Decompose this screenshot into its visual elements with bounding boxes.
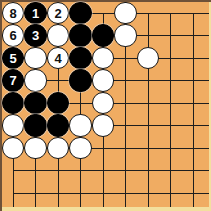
board-crop-band-bottom <box>0 207 211 211</box>
intersection-c7r7[interactable] <box>137 137 160 160</box>
intersection-c6r8[interactable] <box>114 159 137 182</box>
black-stone: 1 <box>24 2 46 24</box>
intersection-c6r2 <box>114 24 137 47</box>
move-number-label: 8 <box>9 6 16 19</box>
move-number-label: 6 <box>9 29 16 42</box>
go-board: 81263547 <box>0 0 211 211</box>
intersection-c9r4[interactable] <box>182 69 205 92</box>
intersection-c2r7 <box>24 137 47 160</box>
intersection-c7r9[interactable] <box>137 182 160 205</box>
intersection-c6r6[interactable] <box>114 114 137 137</box>
intersection-c7r3 <box>137 47 160 70</box>
intersection-c7r5[interactable] <box>137 92 160 115</box>
intersection-c3r1: 2 <box>47 2 70 25</box>
white-stone <box>47 137 69 159</box>
black-stone <box>92 24 114 46</box>
black-stone <box>2 92 24 114</box>
black-stone <box>69 47 91 69</box>
intersection-c9r1[interactable] <box>182 2 205 25</box>
black-stone: 7 <box>2 69 24 91</box>
intersection-c3r2 <box>47 24 70 47</box>
black-stone <box>24 92 46 114</box>
black-stone: 5 <box>2 47 24 69</box>
intersection-c8r4[interactable] <box>159 69 182 92</box>
white-stone <box>47 24 69 46</box>
white-stone <box>24 137 46 159</box>
move-number-label: 3 <box>32 29 39 42</box>
intersection-c8r7[interactable] <box>159 137 182 160</box>
white-stone <box>92 47 114 69</box>
intersection-c7r1[interactable] <box>137 2 160 25</box>
white-stone <box>24 69 46 91</box>
intersection-c1r8[interactable] <box>2 159 25 182</box>
white-stone <box>92 92 114 114</box>
intersection-c7r6[interactable] <box>137 114 160 137</box>
intersection-c7r8[interactable] <box>137 159 160 182</box>
white-stone <box>2 137 24 159</box>
black-stone <box>47 114 69 136</box>
intersection-c4r5[interactable] <box>69 92 92 115</box>
intersection-c4r1 <box>69 2 92 25</box>
intersection-c5r8[interactable] <box>92 159 115 182</box>
white-stone <box>137 47 159 69</box>
intersection-c8r5[interactable] <box>159 92 182 115</box>
white-stone: 8 <box>2 2 24 24</box>
black-stone: 3 <box>24 24 46 46</box>
intersection-c5r1[interactable] <box>92 2 115 25</box>
intersection-c8r8[interactable] <box>159 159 182 182</box>
black-stone <box>69 24 91 46</box>
intersection-c1r3: 5 <box>2 47 25 70</box>
move-number-label: 1 <box>32 6 39 19</box>
intersection-c8r1[interactable] <box>159 2 182 25</box>
intersection-c7r4[interactable] <box>137 69 160 92</box>
intersection-c5r7[interactable] <box>92 137 115 160</box>
intersection-c1r7 <box>2 137 25 160</box>
intersection-c9r7[interactable] <box>182 137 205 160</box>
intersection-c7r2[interactable] <box>137 24 160 47</box>
white-stone <box>69 114 91 136</box>
intersection-c6r4[interactable] <box>114 69 137 92</box>
intersection-c2r4 <box>24 69 47 92</box>
intersection-c2r9[interactable] <box>24 182 47 205</box>
intersection-c4r3 <box>69 47 92 70</box>
intersection-c6r1 <box>114 2 137 25</box>
intersection-c3r3: 4 <box>47 47 70 70</box>
intersection-c4r4 <box>69 69 92 92</box>
white-stone <box>114 2 136 24</box>
intersection-c3r8[interactable] <box>47 159 70 182</box>
intersection-c3r6 <box>47 114 70 137</box>
intersection-c4r9[interactable] <box>69 182 92 205</box>
intersection-c8r9[interactable] <box>159 182 182 205</box>
board-grid: 81263547 <box>2 2 205 205</box>
intersection-c9r3[interactable] <box>182 47 205 70</box>
intersection-c2r8[interactable] <box>24 159 47 182</box>
intersection-c4r7 <box>69 137 92 160</box>
white-stone <box>2 114 24 136</box>
intersection-c8r2[interactable] <box>159 24 182 47</box>
move-number-label: 4 <box>54 51 61 64</box>
intersection-c2r6 <box>24 114 47 137</box>
white-stone <box>114 24 136 46</box>
move-number-label: 2 <box>54 6 61 19</box>
move-number-label: 5 <box>9 51 16 64</box>
intersection-c3r5 <box>47 92 70 115</box>
board-crop-band-right <box>209 0 211 211</box>
black-stone <box>69 2 91 24</box>
intersection-c8r3[interactable] <box>159 47 182 70</box>
intersection-c4r8[interactable] <box>69 159 92 182</box>
intersection-c5r5 <box>92 92 115 115</box>
black-stone <box>24 114 46 136</box>
intersection-c9r9[interactable] <box>182 182 205 205</box>
intersection-c8r6[interactable] <box>159 114 182 137</box>
intersection-c9r8[interactable] <box>182 159 205 182</box>
intersection-c2r1: 1 <box>24 2 47 25</box>
intersection-c1r9[interactable] <box>2 182 25 205</box>
move-number-label: 7 <box>9 74 16 87</box>
white-stone: 2 <box>47 2 69 24</box>
intersection-c2r2: 3 <box>24 24 47 47</box>
white-stone <box>24 47 46 69</box>
intersection-c3r4[interactable] <box>47 69 70 92</box>
intersection-c1r1: 8 <box>2 2 25 25</box>
intersection-c5r4 <box>92 69 115 92</box>
intersection-c6r5[interactable] <box>114 92 137 115</box>
intersection-c2r3 <box>24 47 47 70</box>
intersection-c5r3 <box>92 47 115 70</box>
intersection-c6r3[interactable] <box>114 47 137 70</box>
white-stone <box>92 69 114 91</box>
intersection-c2r5 <box>24 92 47 115</box>
intersection-c6r7[interactable] <box>114 137 137 160</box>
white-stone <box>69 137 91 159</box>
intersection-c9r5[interactable] <box>182 92 205 115</box>
intersection-c3r9[interactable] <box>47 182 70 205</box>
intersection-c1r5 <box>2 92 25 115</box>
intersection-c1r4: 7 <box>2 69 25 92</box>
intersection-c1r2: 6 <box>2 24 25 47</box>
intersection-c4r2 <box>69 24 92 47</box>
intersection-c5r6 <box>92 114 115 137</box>
intersection-c9r6[interactable] <box>182 114 205 137</box>
intersection-c4r6 <box>69 114 92 137</box>
intersection-c5r2 <box>92 24 115 47</box>
intersection-c1r6 <box>2 114 25 137</box>
intersection-c5r9[interactable] <box>92 182 115 205</box>
intersection-c3r7 <box>47 137 70 160</box>
white-stone <box>92 114 114 136</box>
white-stone: 6 <box>2 24 24 46</box>
black-stone <box>69 69 91 91</box>
intersection-c9r2[interactable] <box>182 24 205 47</box>
black-stone <box>47 92 69 114</box>
intersection-c6r9[interactable] <box>114 182 137 205</box>
white-stone: 4 <box>47 47 69 69</box>
